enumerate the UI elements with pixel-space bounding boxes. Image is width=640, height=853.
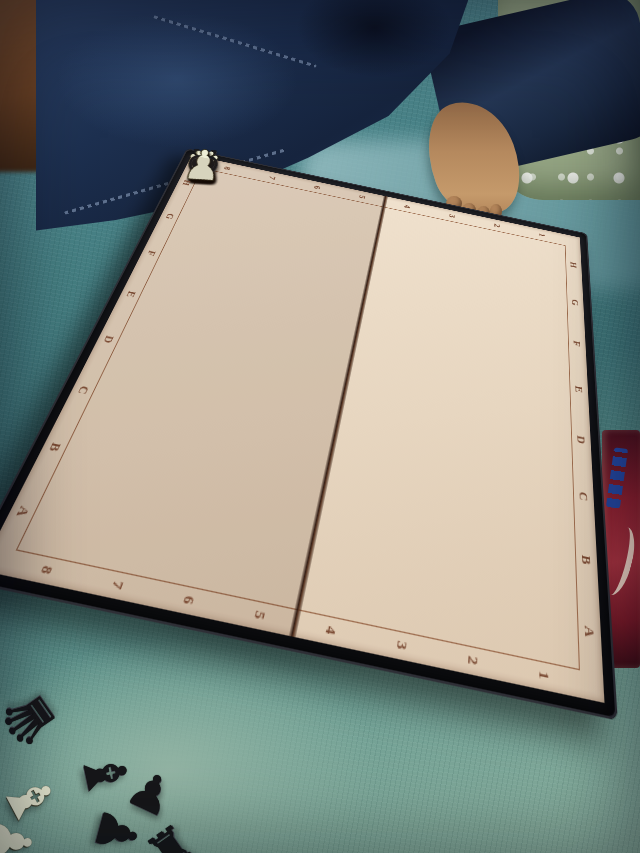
coord-bottom-4: 4 — [320, 617, 342, 643]
coord-bottom-2: 2 — [463, 647, 482, 674]
coord-right-C: C — [576, 486, 592, 506]
captured-white-pawn: ♟ — [0, 815, 39, 853]
coord-bottom-1: 1 — [535, 662, 553, 689]
coord-bottom-5: 5 — [248, 602, 271, 628]
coord-bottom-7: 7 — [105, 572, 131, 597]
coord-right-E: E — [572, 381, 586, 397]
coord-right-H: H — [567, 259, 579, 272]
coord-bottom-6: 6 — [176, 587, 201, 613]
coord-right-D: D — [574, 431, 589, 449]
coord-bottom-8: 8 — [33, 557, 60, 582]
coord-right-G: G — [569, 296, 582, 310]
coord-right-A: A — [580, 619, 598, 644]
coord-right-B: B — [578, 549, 595, 571]
coord-right-F: F — [570, 336, 583, 351]
coord-bottom-3: 3 — [391, 632, 411, 659]
photo-scene: ♟♜♝♟♟♟♞♚♟♛♟♞♟♝♟♚♟ 88HH77GG66FF55EE44DD33… — [0, 0, 640, 853]
